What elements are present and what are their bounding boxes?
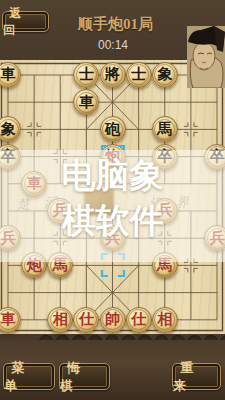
piece-character: 象 bbox=[157, 67, 172, 82]
back-button-label: 返 回 bbox=[3, 5, 48, 39]
undo-move-button-label: 悔 棋 bbox=[60, 359, 109, 395]
piece-black-cannon[interactable]: 砲 bbox=[100, 116, 126, 142]
menu-button[interactable]: 菜 单 bbox=[3, 363, 55, 390]
piece-black-advisor[interactable]: 士 bbox=[73, 62, 99, 88]
piece-black-chariot[interactable]: 車 bbox=[73, 89, 99, 115]
piece-red-chariot[interactable]: 車 bbox=[0, 307, 21, 333]
opponent-avatar bbox=[187, 26, 225, 88]
piece-black-chariot[interactable]: 車 bbox=[0, 62, 21, 88]
piece-black-general[interactable]: 將 bbox=[100, 62, 126, 88]
piece-character: 馬 bbox=[157, 121, 172, 136]
piece-character: 帥 bbox=[105, 312, 120, 327]
piece-character: 砲 bbox=[105, 121, 120, 136]
piece-black-elephant[interactable]: 象 bbox=[152, 62, 178, 88]
piece-red-general[interactable]: 帥 bbox=[100, 307, 126, 333]
back-button[interactable]: 返 回 bbox=[2, 11, 49, 32]
overlay-caption: 电脑象 棋软件 bbox=[0, 153, 225, 243]
piece-character: 士 bbox=[131, 67, 146, 82]
piece-black-horse[interactable]: 馬 bbox=[152, 116, 178, 142]
piece-black-advisor[interactable]: 士 bbox=[126, 62, 152, 88]
piece-red-elephant[interactable]: 相 bbox=[47, 307, 73, 333]
restart-button-label: 重 来 bbox=[173, 359, 220, 395]
piece-character: 象 bbox=[1, 121, 16, 136]
opponent-portrait-icon bbox=[187, 26, 225, 88]
undo-move-button[interactable]: 悔 棋 bbox=[59, 363, 110, 390]
piece-red-elephant[interactable]: 相 bbox=[152, 307, 178, 333]
piece-character: 仕 bbox=[131, 312, 146, 327]
app-screen: 返 回 顺手炮01局 00:14 楚河 汉界 車士將士象車象砲馬卒卒卒炮車兵兵兵… bbox=[0, 0, 225, 400]
bottom-toolbar: 菜 单 悔 棋 重 来 bbox=[0, 340, 225, 400]
piece-red-advisor[interactable]: 仕 bbox=[73, 307, 99, 333]
piece-red-advisor[interactable]: 仕 bbox=[126, 307, 152, 333]
piece-character: 將 bbox=[105, 67, 120, 82]
menu-button-label: 菜 单 bbox=[4, 359, 54, 395]
move-timer: 00:14 bbox=[83, 38, 143, 52]
piece-character: 相 bbox=[53, 312, 68, 327]
overlay-caption-line2: 棋软件 bbox=[0, 198, 225, 243]
piece-character: 車 bbox=[79, 94, 94, 109]
piece-character: 車 bbox=[1, 312, 16, 327]
restart-button[interactable]: 重 来 bbox=[172, 363, 221, 390]
piece-character: 車 bbox=[1, 67, 16, 82]
piece-character: 士 bbox=[79, 67, 94, 82]
piece-character: 相 bbox=[157, 312, 172, 327]
piece-black-elephant[interactable]: 象 bbox=[0, 116, 21, 142]
overlay-caption-line1: 电脑象 bbox=[0, 153, 225, 198]
piece-character: 仕 bbox=[79, 312, 94, 327]
watermark-overlay: 电脑象 棋软件 bbox=[0, 150, 225, 262]
page-title: 顺手炮01局 bbox=[78, 15, 153, 34]
